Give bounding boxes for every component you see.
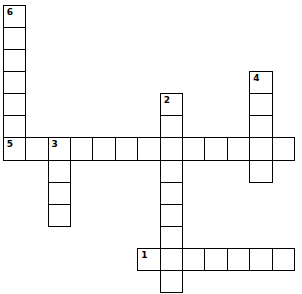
clue-number-1: 1: [138, 249, 159, 260]
cell-r0c0[interactable]: 6: [3, 5, 26, 28]
cell-r4c7[interactable]: 2: [160, 93, 183, 116]
cell-r7c11[interactable]: [249, 160, 272, 183]
clue-number-4: 4: [250, 72, 271, 83]
clue-number-2: 2: [161, 94, 182, 105]
cell-r9c7[interactable]: [160, 204, 183, 227]
cell-r3c11[interactable]: 4: [249, 71, 272, 94]
cell-r6c12[interactable]: [272, 137, 295, 160]
cell-r6c7[interactable]: [160, 137, 183, 160]
cell-r11c8[interactable]: [182, 248, 205, 271]
cell-r11c9[interactable]: [204, 248, 227, 271]
cell-r5c11[interactable]: [249, 115, 272, 138]
cell-r10c7[interactable]: [160, 226, 183, 249]
cell-r5c0[interactable]: [3, 115, 26, 138]
cell-r11c10[interactable]: [227, 248, 250, 271]
cell-r6c11[interactable]: [249, 137, 272, 160]
cell-r1c0[interactable]: [3, 27, 26, 50]
cell-r12c7[interactable]: [160, 270, 183, 293]
cell-r6c4[interactable]: [92, 137, 115, 160]
cell-r4c0[interactable]: [3, 93, 26, 116]
cell-r6c10[interactable]: [227, 137, 250, 160]
cell-r6c2[interactable]: 3: [48, 137, 71, 160]
cell-r8c2[interactable]: [48, 182, 71, 205]
cell-r6c3[interactable]: [70, 137, 93, 160]
cell-r6c1[interactable]: [25, 137, 48, 160]
cell-r11c6[interactable]: 1: [137, 248, 160, 271]
cell-r7c2[interactable]: [48, 160, 71, 183]
clue-number-6: 6: [4, 6, 25, 17]
cell-r9c2[interactable]: [48, 204, 71, 227]
cell-r5c7[interactable]: [160, 115, 183, 138]
cell-r7c7[interactable]: [160, 160, 183, 183]
cell-r11c7[interactable]: [160, 248, 183, 271]
cell-r11c12[interactable]: [272, 248, 295, 271]
cell-r6c6[interactable]: [137, 137, 160, 160]
cell-r8c7[interactable]: [160, 182, 183, 205]
cell-r11c11[interactable]: [249, 248, 272, 271]
cell-r6c8[interactable]: [182, 137, 205, 160]
cell-r6c5[interactable]: [115, 137, 138, 160]
cell-r2c0[interactable]: [3, 49, 26, 72]
crossword-board: 642531: [0, 0, 302, 294]
clue-number-5: 5: [4, 138, 25, 149]
cell-r6c9[interactable]: [204, 137, 227, 160]
cell-r4c11[interactable]: [249, 93, 272, 116]
clue-number-3: 3: [49, 138, 70, 149]
cell-r6c0[interactable]: 5: [3, 137, 26, 160]
cell-r3c0[interactable]: [3, 71, 26, 94]
